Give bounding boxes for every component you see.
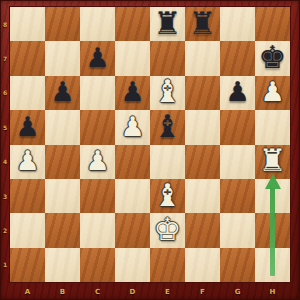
square-c5[interactable] <box>80 110 115 144</box>
square-f4[interactable] <box>185 145 220 179</box>
square-d5[interactable]: ♟ <box>115 110 150 144</box>
square-a8[interactable] <box>10 7 45 41</box>
square-d8[interactable] <box>115 7 150 41</box>
square-c2[interactable] <box>80 213 115 247</box>
file-label-a: A <box>10 285 45 298</box>
piece-e5-black-bishop[interactable]: ♝ <box>154 111 182 142</box>
square-c6[interactable] <box>80 76 115 110</box>
square-e8[interactable]: ♜ <box>150 7 185 41</box>
file-label-c: C <box>80 285 115 298</box>
square-c8[interactable] <box>80 7 115 41</box>
square-e6[interactable]: ♝ <box>150 76 185 110</box>
square-b5[interactable] <box>45 110 80 144</box>
piece-f8-black-rook[interactable]: ♜ <box>189 8 217 39</box>
square-d3[interactable] <box>115 179 150 213</box>
rank-label-5: 5 <box>0 110 10 144</box>
square-f6[interactable] <box>185 76 220 110</box>
piece-h7-black-king[interactable]: ♚ <box>259 42 287 73</box>
rank-label-3: 3 <box>0 179 10 213</box>
file-label-e: E <box>150 285 185 298</box>
square-g5[interactable] <box>220 110 255 144</box>
square-e7[interactable] <box>150 41 185 75</box>
square-c3[interactable] <box>80 179 115 213</box>
square-f8[interactable]: ♜ <box>185 7 220 41</box>
piece-a4-white-pawn[interactable]: ♟ <box>15 147 39 174</box>
square-e5[interactable]: ♝ <box>150 110 185 144</box>
square-h6[interactable]: ♟ <box>255 76 290 110</box>
square-g6[interactable]: ♟ <box>220 76 255 110</box>
square-h3[interactable] <box>255 179 290 213</box>
square-b1[interactable] <box>45 248 80 282</box>
piece-a5-black-pawn[interactable]: ♟ <box>15 113 39 140</box>
square-h1[interactable] <box>255 248 290 282</box>
square-h2[interactable] <box>255 213 290 247</box>
square-g4[interactable] <box>220 145 255 179</box>
file-label-d: D <box>115 285 150 298</box>
square-d6[interactable]: ♟ <box>115 76 150 110</box>
rank-label-6: 6 <box>0 76 10 110</box>
piece-d6-black-pawn[interactable]: ♟ <box>120 78 144 105</box>
square-b2[interactable] <box>45 213 80 247</box>
square-b6[interactable]: ♟ <box>45 76 80 110</box>
file-label-b: B <box>45 285 80 298</box>
square-a7[interactable] <box>10 41 45 75</box>
square-h8[interactable] <box>255 7 290 41</box>
square-a4[interactable]: ♟ <box>10 145 45 179</box>
square-g7[interactable] <box>220 41 255 75</box>
square-a3[interactable] <box>10 179 45 213</box>
rank-label-7: 7 <box>0 41 10 75</box>
square-f1[interactable] <box>185 248 220 282</box>
square-e3[interactable]: ♝ <box>150 179 185 213</box>
square-g3[interactable] <box>220 179 255 213</box>
square-d4[interactable] <box>115 145 150 179</box>
square-h5[interactable] <box>255 110 290 144</box>
square-b8[interactable] <box>45 7 80 41</box>
square-a2[interactable] <box>10 213 45 247</box>
square-b4[interactable] <box>45 145 80 179</box>
piece-d5-white-pawn[interactable]: ♟ <box>120 113 144 140</box>
square-f3[interactable] <box>185 179 220 213</box>
file-label-f: F <box>185 285 220 298</box>
square-d1[interactable] <box>115 248 150 282</box>
piece-e6-white-bishop[interactable]: ♝ <box>154 76 182 107</box>
square-e4[interactable] <box>150 145 185 179</box>
square-a5[interactable]: ♟ <box>10 110 45 144</box>
square-e1[interactable] <box>150 248 185 282</box>
piece-e2-white-king[interactable]: ♚ <box>154 214 182 245</box>
piece-e8-black-rook[interactable]: ♜ <box>154 8 182 39</box>
file-label-g: G <box>220 285 255 298</box>
square-a1[interactable] <box>10 248 45 282</box>
square-a6[interactable] <box>10 76 45 110</box>
square-h7[interactable]: ♚ <box>255 41 290 75</box>
piece-h4-white-rook[interactable]: ♜ <box>259 145 287 176</box>
board-squares: ♜♜♟♚♟♟♝♟♟♟♟♝♟♟♜♝♚ <box>10 7 290 282</box>
piece-c4-white-pawn[interactable]: ♟ <box>85 147 109 174</box>
rank-label-4: 4 <box>0 145 10 179</box>
square-f5[interactable] <box>185 110 220 144</box>
square-d7[interactable] <box>115 41 150 75</box>
square-c7[interactable]: ♟ <box>80 41 115 75</box>
piece-h6-white-pawn[interactable]: ♟ <box>260 78 284 105</box>
square-c1[interactable] <box>80 248 115 282</box>
chess-board: ♜♜♟♚♟♟♝♟♟♟♟♝♟♟♜♝♚ 87654321 ABCDEFGH <box>0 0 300 300</box>
piece-c7-black-pawn[interactable]: ♟ <box>85 44 109 71</box>
piece-b6-black-pawn[interactable]: ♟ <box>50 78 74 105</box>
square-f2[interactable] <box>185 213 220 247</box>
square-h4[interactable]: ♜ <box>255 145 290 179</box>
square-c4[interactable]: ♟ <box>80 145 115 179</box>
square-d2[interactable] <box>115 213 150 247</box>
square-b7[interactable] <box>45 41 80 75</box>
square-g8[interactable] <box>220 7 255 41</box>
rank-label-2: 2 <box>0 213 10 247</box>
file-label-h: H <box>255 285 290 298</box>
piece-e3-white-bishop[interactable]: ♝ <box>154 180 182 211</box>
square-g1[interactable] <box>220 248 255 282</box>
piece-g6-black-pawn[interactable]: ♟ <box>225 78 249 105</box>
square-f7[interactable] <box>185 41 220 75</box>
square-e2[interactable]: ♚ <box>150 213 185 247</box>
square-g2[interactable] <box>220 213 255 247</box>
square-b3[interactable] <box>45 179 80 213</box>
rank-label-1: 1 <box>0 248 10 282</box>
rank-label-8: 8 <box>0 7 10 41</box>
